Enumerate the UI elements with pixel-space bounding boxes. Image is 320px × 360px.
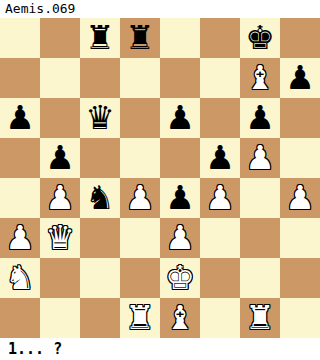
square-b4[interactable]: ♟: [40, 178, 80, 218]
square-g6[interactable]: ♟: [240, 98, 280, 138]
piece-white-pawn[interactable]: ♟: [0, 218, 40, 258]
square-h3[interactable]: [280, 218, 320, 258]
square-e6[interactable]: ♟: [160, 98, 200, 138]
square-b1[interactable]: [40, 298, 80, 338]
piece-black-pawn[interactable]: ♟: [160, 98, 200, 138]
square-g2[interactable]: [240, 258, 280, 298]
square-g7[interactable]: ♝: [240, 58, 280, 98]
square-f6[interactable]: [200, 98, 240, 138]
square-g3[interactable]: [240, 218, 280, 258]
square-a4[interactable]: [0, 178, 40, 218]
piece-black-rook[interactable]: ♜: [80, 18, 120, 58]
square-a3[interactable]: ♟: [0, 218, 40, 258]
chess-app-window: Aemis.069 ♜♜♚♝♟♟♛♟♟♟♟♟♟♞♟♟♟♟♟♛♟♞♚♜♝♜ 1..…: [0, 0, 320, 360]
square-e3[interactable]: ♟: [160, 218, 200, 258]
piece-white-king[interactable]: ♚: [160, 258, 200, 298]
piece-black-queen[interactable]: ♛: [80, 98, 120, 138]
piece-white-queen[interactable]: ♛: [40, 218, 80, 258]
square-g8[interactable]: ♚: [240, 18, 280, 58]
square-g4[interactable]: [240, 178, 280, 218]
piece-white-pawn[interactable]: ♟: [240, 138, 280, 178]
piece-black-pawn[interactable]: ♟: [0, 98, 40, 138]
square-d2[interactable]: [120, 258, 160, 298]
square-b6[interactable]: [40, 98, 80, 138]
piece-white-pawn[interactable]: ♟: [40, 178, 80, 218]
square-d4[interactable]: ♟: [120, 178, 160, 218]
square-g1[interactable]: ♜: [240, 298, 280, 338]
piece-black-pawn[interactable]: ♟: [40, 138, 80, 178]
square-h4[interactable]: ♟: [280, 178, 320, 218]
square-f1[interactable]: [200, 298, 240, 338]
square-e4[interactable]: ♟: [160, 178, 200, 218]
square-h6[interactable]: [280, 98, 320, 138]
chess-board: ♜♜♚♝♟♟♛♟♟♟♟♟♟♞♟♟♟♟♟♛♟♞♚♜♝♜: [0, 18, 320, 338]
piece-white-rook[interactable]: ♜: [240, 298, 280, 338]
square-f2[interactable]: [200, 258, 240, 298]
square-h2[interactable]: [280, 258, 320, 298]
piece-black-pawn[interactable]: ♟: [160, 178, 200, 218]
square-c8[interactable]: ♜: [80, 18, 120, 58]
square-d1[interactable]: ♜: [120, 298, 160, 338]
square-c1[interactable]: [80, 298, 120, 338]
piece-white-pawn[interactable]: ♟: [280, 178, 320, 218]
move-prompt: 1... ?: [0, 338, 320, 360]
square-f4[interactable]: ♟: [200, 178, 240, 218]
square-h1[interactable]: [280, 298, 320, 338]
square-e7[interactable]: [160, 58, 200, 98]
square-e8[interactable]: [160, 18, 200, 58]
square-c5[interactable]: [80, 138, 120, 178]
square-h7[interactable]: ♟: [280, 58, 320, 98]
square-f8[interactable]: [200, 18, 240, 58]
square-d7[interactable]: [120, 58, 160, 98]
piece-black-pawn[interactable]: ♟: [240, 98, 280, 138]
square-a1[interactable]: [0, 298, 40, 338]
piece-white-pawn[interactable]: ♟: [160, 218, 200, 258]
square-b7[interactable]: [40, 58, 80, 98]
piece-black-knight[interactable]: ♞: [80, 178, 120, 218]
piece-white-rook[interactable]: ♜: [120, 298, 160, 338]
square-d6[interactable]: [120, 98, 160, 138]
square-a7[interactable]: [0, 58, 40, 98]
square-b8[interactable]: [40, 18, 80, 58]
square-g5[interactable]: ♟: [240, 138, 280, 178]
square-a6[interactable]: ♟: [0, 98, 40, 138]
square-e1[interactable]: ♝: [160, 298, 200, 338]
square-a8[interactable]: [0, 18, 40, 58]
window-title: Aemis.069: [0, 0, 320, 18]
square-c3[interactable]: [80, 218, 120, 258]
square-d3[interactable]: [120, 218, 160, 258]
square-d8[interactable]: ♜: [120, 18, 160, 58]
piece-black-king[interactable]: ♚: [240, 18, 280, 58]
square-a2[interactable]: ♞: [0, 258, 40, 298]
square-d5[interactable]: [120, 138, 160, 178]
piece-black-rook[interactable]: ♜: [120, 18, 160, 58]
piece-white-pawn[interactable]: ♟: [120, 178, 160, 218]
square-b2[interactable]: [40, 258, 80, 298]
square-f7[interactable]: [200, 58, 240, 98]
square-h5[interactable]: [280, 138, 320, 178]
square-f3[interactable]: [200, 218, 240, 258]
square-e5[interactable]: [160, 138, 200, 178]
piece-white-bishop[interactable]: ♝: [240, 58, 280, 98]
square-c7[interactable]: [80, 58, 120, 98]
piece-white-bishop[interactable]: ♝: [160, 298, 200, 338]
square-a5[interactable]: [0, 138, 40, 178]
square-h8[interactable]: [280, 18, 320, 58]
square-f5[interactable]: ♟: [200, 138, 240, 178]
square-b5[interactable]: ♟: [40, 138, 80, 178]
piece-white-knight[interactable]: ♞: [0, 258, 40, 298]
piece-black-pawn[interactable]: ♟: [200, 138, 240, 178]
piece-black-pawn[interactable]: ♟: [280, 58, 320, 98]
square-c2[interactable]: [80, 258, 120, 298]
square-c4[interactable]: ♞: [80, 178, 120, 218]
square-e2[interactable]: ♚: [160, 258, 200, 298]
square-b3[interactable]: ♛: [40, 218, 80, 258]
piece-white-pawn[interactable]: ♟: [200, 178, 240, 218]
square-c6[interactable]: ♛: [80, 98, 120, 138]
